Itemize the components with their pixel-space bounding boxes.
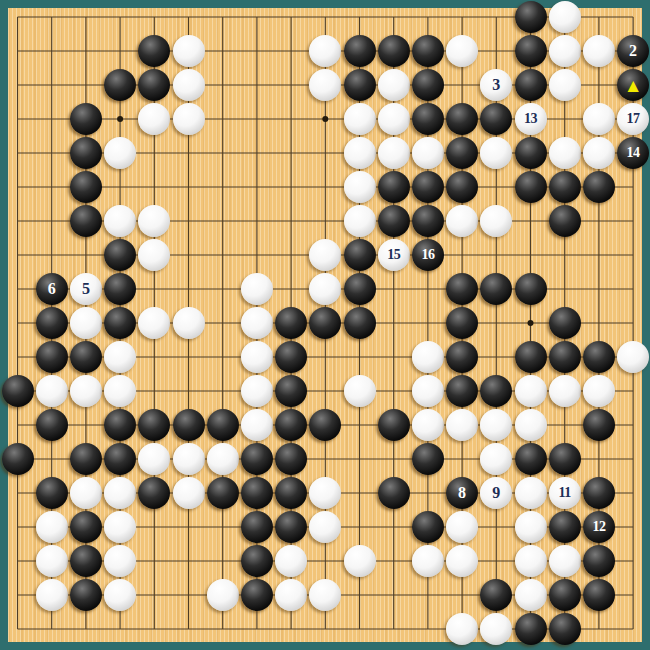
stone-white	[104, 375, 136, 407]
stone-white	[344, 137, 376, 169]
stone-black	[549, 443, 581, 475]
stone-white	[583, 375, 615, 407]
stone-white	[104, 579, 136, 611]
stone-white	[515, 545, 547, 577]
move-number-label: 8	[446, 477, 478, 509]
stone-black	[2, 375, 34, 407]
stone-white	[241, 375, 273, 407]
stone-black	[70, 205, 102, 237]
stone-black	[412, 103, 444, 135]
move-number-label: 9	[480, 477, 512, 509]
stone-black	[241, 511, 273, 543]
stone-black	[583, 341, 615, 373]
stone-white	[583, 103, 615, 135]
stone-white	[36, 511, 68, 543]
stone-white	[241, 341, 273, 373]
stone-black	[515, 613, 547, 645]
stone-white	[104, 545, 136, 577]
move-number-label: 17	[617, 103, 649, 135]
stone-white	[412, 375, 444, 407]
stone-white	[275, 545, 307, 577]
stone-black	[70, 137, 102, 169]
stone-white	[446, 545, 478, 577]
stone-black: 6	[36, 273, 68, 305]
stone-white	[378, 69, 410, 101]
move-number-label: 2	[617, 35, 649, 67]
stone-black	[549, 579, 581, 611]
stone-black	[241, 545, 273, 577]
stone-white	[617, 341, 649, 373]
stone-white	[173, 307, 205, 339]
stone-white	[36, 545, 68, 577]
stone-white: 15	[378, 239, 410, 271]
move-number-label: 15	[378, 239, 410, 271]
stone-white: 3	[480, 69, 512, 101]
stone-black	[515, 171, 547, 203]
stone-black	[241, 579, 273, 611]
triangle-marker: ▲	[617, 69, 649, 101]
stone-black	[104, 307, 136, 339]
stone-white	[36, 579, 68, 611]
stone-black	[344, 273, 376, 305]
stone-black	[104, 409, 136, 441]
go-board[interactable]: 23▲131714151665891112	[0, 0, 650, 650]
stone-black	[36, 477, 68, 509]
stone-white	[378, 137, 410, 169]
stone-black	[344, 239, 376, 271]
stone-black	[378, 35, 410, 67]
stone-black	[515, 341, 547, 373]
stone-white	[104, 137, 136, 169]
stone-white	[515, 409, 547, 441]
stone-white	[378, 103, 410, 135]
stone-white: 5	[70, 273, 102, 305]
stone-black	[378, 205, 410, 237]
stone-black	[446, 273, 478, 305]
stone-black	[104, 273, 136, 305]
stone-black	[583, 409, 615, 441]
stone-white	[173, 35, 205, 67]
stone-black	[275, 307, 307, 339]
stone-white	[104, 205, 136, 237]
stone-black	[2, 443, 34, 475]
move-number-label: 13	[515, 103, 547, 135]
stone-black	[104, 239, 136, 271]
stone-black: 8	[446, 477, 478, 509]
stone-black: 2	[617, 35, 649, 67]
stone-black	[275, 341, 307, 373]
stone-white	[412, 545, 444, 577]
stone-white: 11	[549, 477, 581, 509]
stone-white	[412, 341, 444, 373]
stone-white	[344, 375, 376, 407]
stone-white	[583, 137, 615, 169]
stone-black	[412, 443, 444, 475]
stone-black	[549, 171, 581, 203]
stone-black	[70, 341, 102, 373]
stone-white	[173, 443, 205, 475]
stone-white	[446, 511, 478, 543]
stone-black	[446, 171, 478, 203]
stone-white	[207, 579, 239, 611]
stone-white	[36, 375, 68, 407]
stone-black	[344, 69, 376, 101]
stone-black	[412, 35, 444, 67]
stone-black	[583, 579, 615, 611]
stone-white	[515, 477, 547, 509]
stone-white	[241, 273, 273, 305]
stone-white	[344, 205, 376, 237]
stone-black	[549, 341, 581, 373]
stone-white	[549, 375, 581, 407]
stone-white	[70, 375, 102, 407]
stone-white: 13	[515, 103, 547, 135]
stone-black	[515, 443, 547, 475]
stone-white: 9	[480, 477, 512, 509]
stone-black	[344, 35, 376, 67]
stone-white	[241, 409, 273, 441]
stone-white	[446, 409, 478, 441]
stone-black	[241, 443, 273, 475]
stone-white	[412, 409, 444, 441]
stone-black: ▲	[617, 69, 649, 101]
stone-black	[515, 35, 547, 67]
stone-black: 16	[412, 239, 444, 271]
stone-black	[412, 511, 444, 543]
stone-white	[173, 103, 205, 135]
stone-black	[549, 307, 581, 339]
stone-black	[412, 205, 444, 237]
stone-black	[275, 409, 307, 441]
stone-white	[344, 103, 376, 135]
move-number-label: 14	[617, 137, 649, 169]
stone-white	[412, 137, 444, 169]
move-number-label: 3	[480, 69, 512, 101]
stone-white	[173, 69, 205, 101]
move-number-label: 16	[412, 239, 444, 271]
stone-black	[583, 171, 615, 203]
stone-black	[583, 477, 615, 509]
stone-white	[241, 307, 273, 339]
stone-black	[378, 409, 410, 441]
stone-white	[549, 545, 581, 577]
stone-black	[515, 69, 547, 101]
stone-black	[549, 511, 581, 543]
stone-black	[70, 579, 102, 611]
stone-white	[549, 35, 581, 67]
stone-white	[515, 579, 547, 611]
stone-black	[36, 307, 68, 339]
stone-black	[515, 137, 547, 169]
stone-white	[173, 477, 205, 509]
move-number-label: 5	[70, 273, 102, 305]
stone-black	[446, 307, 478, 339]
stone-white	[549, 1, 581, 33]
stone-white	[446, 205, 478, 237]
stone-black	[70, 443, 102, 475]
stone-black	[446, 137, 478, 169]
stone-black	[241, 477, 273, 509]
stone-white	[104, 511, 136, 543]
stone-black	[275, 477, 307, 509]
stone-black	[173, 409, 205, 441]
stone-white	[104, 341, 136, 373]
stone-black	[70, 511, 102, 543]
stone-black	[70, 545, 102, 577]
stone-black	[207, 477, 239, 509]
stone-white	[70, 477, 102, 509]
stone-black	[515, 1, 547, 33]
stone-black	[412, 69, 444, 101]
stone-black: 12	[583, 511, 615, 543]
stone-black	[275, 375, 307, 407]
stone-white	[344, 545, 376, 577]
stone-white	[275, 579, 307, 611]
stone-white	[344, 171, 376, 203]
move-number-label: 11	[549, 477, 581, 509]
stone-white: 17	[617, 103, 649, 135]
move-number-label: 12	[583, 511, 615, 543]
stone-black	[378, 171, 410, 203]
stone-black	[515, 273, 547, 305]
stone-black	[344, 307, 376, 339]
stone-black	[104, 443, 136, 475]
stone-white	[583, 35, 615, 67]
stone-black	[583, 545, 615, 577]
stone-white	[515, 511, 547, 543]
move-number-label: 6	[36, 273, 68, 305]
stone-black	[207, 409, 239, 441]
stone-black	[378, 477, 410, 509]
stone-white	[446, 613, 478, 645]
stone-black	[446, 341, 478, 373]
stone-black	[275, 511, 307, 543]
stone-black	[446, 375, 478, 407]
stone-black	[275, 443, 307, 475]
stone-white	[207, 443, 239, 475]
stone-black	[549, 613, 581, 645]
stone-white	[515, 375, 547, 407]
stone-white	[104, 477, 136, 509]
stone-black: 14	[617, 137, 649, 169]
stone-white	[549, 137, 581, 169]
stone-black	[446, 103, 478, 135]
stone-white	[70, 307, 102, 339]
stone-black	[70, 171, 102, 203]
stone-black	[104, 69, 136, 101]
stone-black	[412, 171, 444, 203]
stone-black	[70, 103, 102, 135]
stone-black	[36, 409, 68, 441]
stone-black	[549, 205, 581, 237]
stone-black	[36, 341, 68, 373]
stone-white	[446, 35, 478, 67]
stone-white	[549, 69, 581, 101]
